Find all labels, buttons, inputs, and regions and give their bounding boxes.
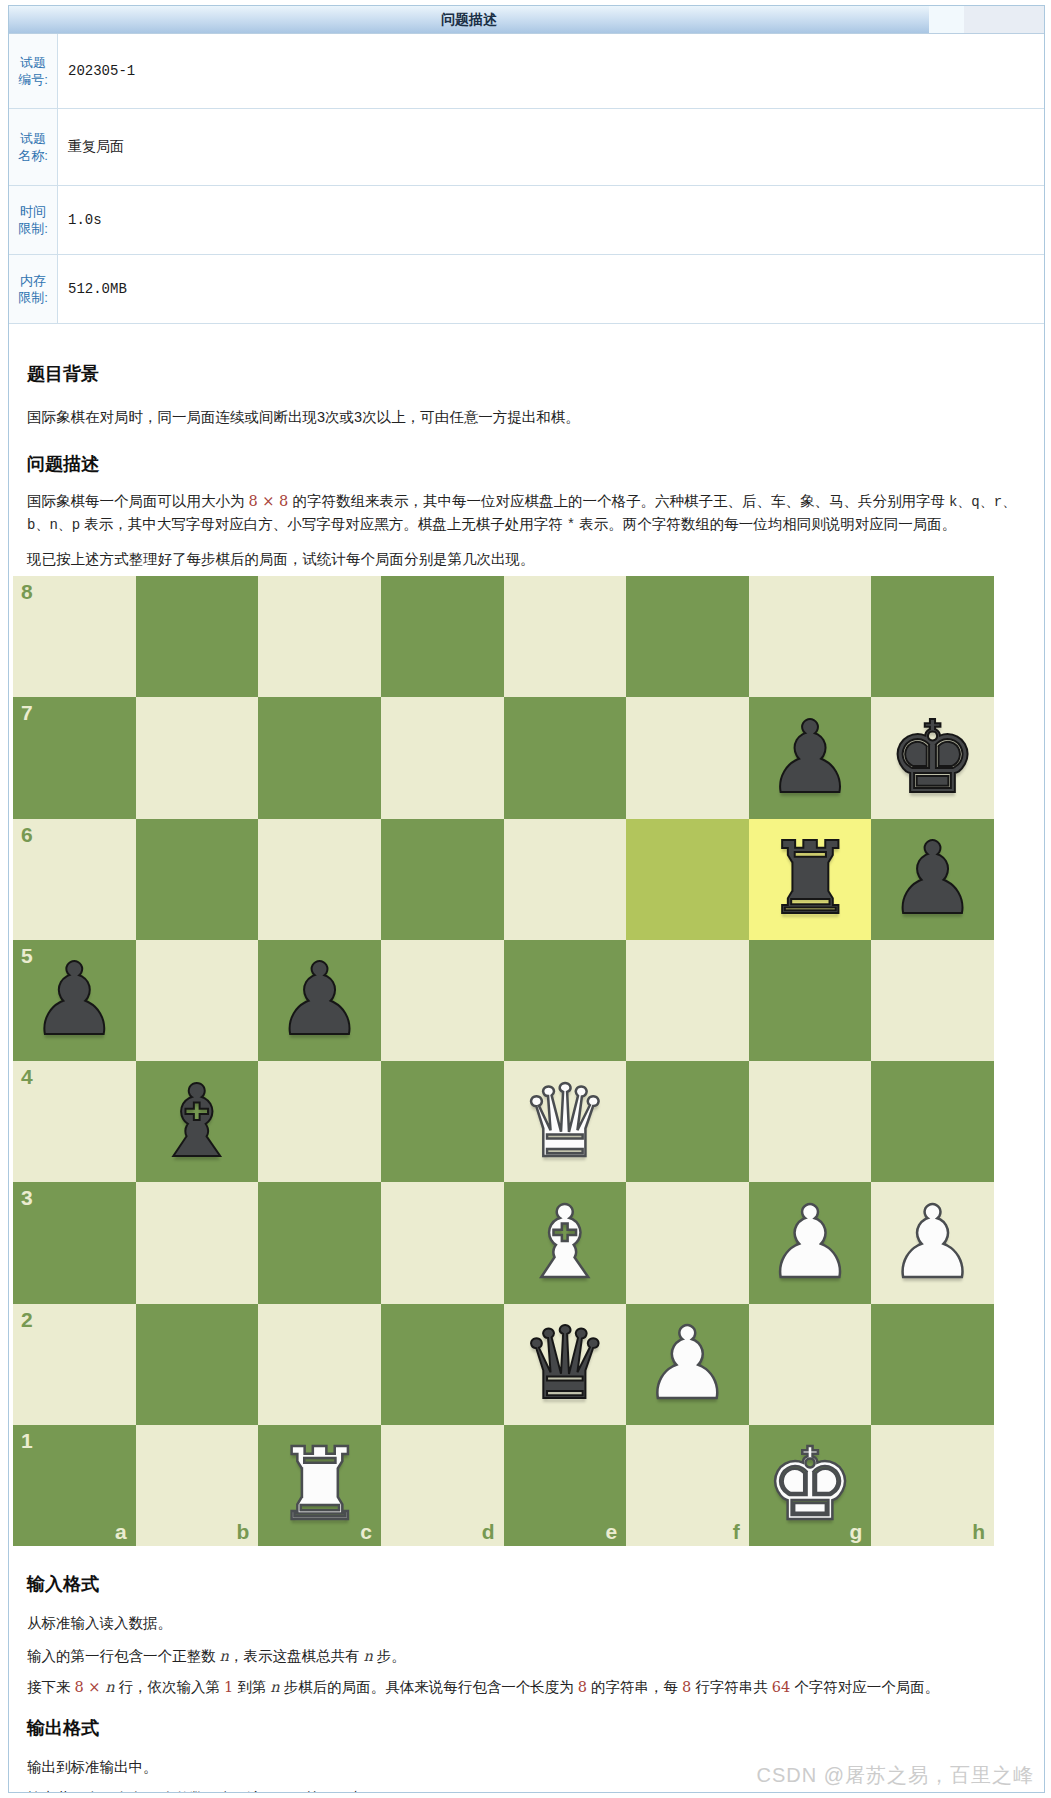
square-b3 [136,1182,259,1303]
square-b7 [136,697,259,818]
white-queen-e4: ♛ [504,1061,627,1182]
input-paragraph-3: 接下来 8 × n 行，依次输入第 1 到第 n 步棋后的局面。具体来说每行包含… [27,1676,1030,1698]
meta-row-problem-name: 试题名称: 重复局面 [9,109,1044,186]
square-g3: ♟ [749,1182,872,1303]
rank-label-7: 7 [21,701,33,725]
file-label-a: a [115,1520,127,1544]
square-c4 [258,1061,381,1182]
square-h6: ♟ [871,819,994,940]
white-king-g1: ♚ [749,1425,872,1546]
square-f2: ♟ [626,1304,749,1425]
text-segment: 8 [682,1679,691,1695]
white-rook-c1: ♜ [258,1425,381,1546]
square-h8 [871,576,994,697]
square-g5 [749,940,872,1061]
square-c2 [258,1304,381,1425]
white-bishop-e3: ♝ [504,1182,627,1303]
square-g6: ♜ [749,819,872,940]
white-pawn-h3: ♟ [871,1182,994,1303]
square-b2 [136,1304,259,1425]
white-pawn-g3: ♟ [749,1182,872,1303]
square-b8 [136,576,259,697]
text-segment: n [363,1648,372,1664]
input-format-heading: 输入格式 [27,1572,1028,1596]
text-segment: 行，每行一个整数，表示该局面是第几次出现。 [84,1790,393,1793]
square-d8 [381,576,504,697]
square-d4 [381,1061,504,1182]
text-segment: 步。 [373,1648,406,1664]
square-b4: ♝ [136,1061,259,1182]
square-a6: 6 [13,819,136,940]
square-e1: e [504,1425,627,1546]
text-segment: 的字符串，每 [587,1679,682,1695]
square-b1: b [136,1425,259,1546]
panel-header: 问题描述 [9,6,1044,34]
text-segment: n [75,1790,84,1793]
meta-value-time-limit: 1.0s [58,186,1044,254]
square-a2: 2 [13,1304,136,1425]
text-segment: 8 × [75,1679,106,1695]
description-heading: 问题描述 [27,452,1028,476]
black-bishop-b4: ♝ [136,1061,259,1182]
square-f8 [626,576,749,697]
meta-label-time-limit: 时间限制: [9,186,58,254]
chess-board: 87♟♚6♜♟5♟♟4♝♛3♝♟♟2♛♟1abc♜defg♚h [13,576,994,1546]
header-segment-light [929,6,964,33]
black-king-h7: ♚ [871,697,994,818]
square-f7 [626,697,749,818]
text-segment: 表示。两个字符数组的每一位均相同则说明对应同一局面。 [575,516,956,532]
square-c6 [258,819,381,940]
text-segment: 国际象棋每一个局面可以用大小为 [27,493,249,509]
square-h5 [871,940,994,1061]
square-g8 [749,576,872,697]
square-c7 [258,697,381,818]
white-pawn-f2: ♟ [626,1304,749,1425]
square-f1: f [626,1425,749,1546]
square-e4: ♛ [504,1061,627,1182]
square-d1: d [381,1425,504,1546]
file-label-f: f [733,1520,740,1544]
square-f6 [626,819,749,940]
square-e8 [504,576,627,697]
text-segment: 行字符串共 [691,1679,772,1695]
square-f4 [626,1061,749,1182]
black-pawn-g7: ♟ [749,697,872,818]
square-g4 [749,1061,872,1182]
square-d2 [381,1304,504,1425]
panel-title: 问题描述 [441,11,497,29]
text-segment: 的字符数组来表示，其中每一位对应棋盘上的一个格子。六种棋子王、后、车、象、马、兵… [288,493,949,509]
square-d6 [381,819,504,940]
square-b5 [136,940,259,1061]
square-c8 [258,576,381,697]
meta-label-problem-id: 试题编号: [9,34,58,108]
square-f5 [626,940,749,1061]
file-label-b: b [236,1520,249,1544]
rank-label-3: 3 [21,1186,33,1210]
square-h1: h [871,1425,994,1546]
problem-content: 题目背景 国际象棋在对局时，同一局面连续或间断出现3次或3次以上，可由任意一方提… [9,362,1044,1793]
description-paragraph-1: 国际象棋每一个局面可以用大小为 8 × 8 的字符数组来表示，其中每一位对应棋盘… [27,490,1030,536]
input-paragraph-2: 输入的第一行包含一个正整数 n，表示这盘棋总共有 n 步。 [27,1645,1030,1667]
header-segment-pale [964,6,1044,33]
square-c1: c♜ [258,1425,381,1546]
rank-label-6: 6 [21,823,33,847]
square-c3 [258,1182,381,1303]
description-paragraph-2: 现已按上述方式整理好了每步棋后的局面，试统计每个局面分别是第几次出现。 [27,548,1030,570]
text-segment: 行，依次输入第 [114,1679,224,1695]
square-f3 [626,1182,749,1303]
meta-value-memory-limit: 512.0MB [58,255,1044,323]
rank-label-2: 2 [21,1308,33,1332]
rank-label-8: 8 [21,580,33,604]
background-heading: 题目背景 [27,362,1028,386]
black-pawn-a5: ♟ [13,940,136,1061]
text-segment: 个字符对应一个局面。 [790,1679,939,1695]
file-label-d: d [482,1520,495,1544]
square-g7: ♟ [749,697,872,818]
panel-title-bar: 问题描述 [9,6,929,33]
text-segment: 8 [578,1679,587,1695]
square-e6 [504,819,627,940]
file-label-e: e [605,1520,617,1544]
text-segment: 步棋后的局面。具体来说每行包含一个长度为 [280,1679,578,1695]
square-h4 [871,1061,994,1182]
csdn-watermark: CSDN @屠苏之易，百里之峰 [756,1762,1034,1789]
meta-value-problem-id: 202305-1 [58,34,1044,108]
black-queen-e2: ♛ [504,1304,627,1425]
square-e2: ♛ [504,1304,627,1425]
square-a3: 3 [13,1182,136,1303]
rank-label-4: 4 [21,1065,33,1089]
meta-row-time-limit: 时间限制: 1.0s [9,186,1044,255]
text-segment: 输入的第一行包含一个正整数 [27,1648,220,1664]
text-segment: 到第 [233,1679,270,1695]
text-segment: 1 [224,1679,233,1695]
square-d7 [381,697,504,818]
text-segment: n [220,1648,229,1664]
square-a5: 5♟ [13,940,136,1061]
square-g1: g♚ [749,1425,872,1546]
meta-row-problem-id: 试题编号: 202305-1 [9,34,1044,109]
text-segment: 8 × 8 [249,493,289,509]
rank-label-1: 1 [21,1429,33,1453]
square-e3: ♝ [504,1182,627,1303]
output-format-heading: 输出格式 [27,1716,1028,1740]
black-pawn-c5: ♟ [258,940,381,1061]
meta-label-memory-limit: 内存限制: [9,255,58,323]
square-a7: 7 [13,697,136,818]
square-g2 [749,1304,872,1425]
text-segment: 输出共 [27,1790,75,1793]
meta-row-memory-limit: 内存限制: 512.0MB [9,255,1044,324]
square-d3 [381,1182,504,1303]
meta-value-problem-name: 重复局面 [58,109,1044,185]
square-h3: ♟ [871,1182,994,1303]
text-segment: ，表示这盘棋总共有 [229,1648,364,1664]
square-c5: ♟ [258,940,381,1061]
input-paragraph-1: 从标准输入读入数据。 [27,1612,1030,1634]
black-rook-g6: ♜ [749,819,872,940]
square-e7 [504,697,627,818]
square-h2 [871,1304,994,1425]
text-segment: 表示，其中大写字母对应白方、小写字母对应黑方。棋盘上无棋子处用字符 [80,516,567,532]
square-a1: 1a [13,1425,136,1546]
text-segment: 接下来 [27,1679,75,1695]
square-a8: 8 [13,576,136,697]
square-h7: ♚ [871,697,994,818]
square-a4: 4 [13,1061,136,1182]
meta-label-problem-name: 试题名称: [9,109,58,185]
black-pawn-h6: ♟ [871,819,994,940]
text-segment: 64 [772,1679,790,1695]
square-d5 [381,940,504,1061]
problem-panel: 问题描述 试题编号: 202305-1 试题名称: 重复局面 时间限制: 1.0… [8,5,1045,1793]
text-segment: n [270,1679,279,1695]
square-b6 [136,819,259,940]
background-paragraph: 国际象棋在对局时，同一局面连续或间断出现3次或3次以上，可由任意一方提出和棋。 [27,406,1030,428]
file-label-h: h [972,1520,985,1544]
text-segment: * [567,517,575,533]
square-e5 [504,940,627,1061]
